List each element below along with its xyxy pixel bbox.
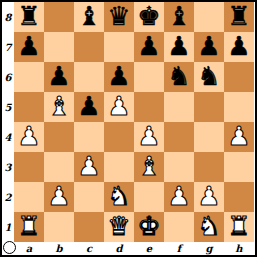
square-e4[interactable]: ♟: [134, 122, 164, 152]
square-a2[interactable]: [14, 182, 44, 212]
square-e5[interactable]: [134, 92, 164, 122]
square-f5[interactable]: [164, 92, 194, 122]
piece-white-pawn[interactable]: ♟: [227, 123, 250, 149]
square-h4[interactable]: ♟: [224, 122, 254, 152]
square-g6[interactable]: ♞: [194, 62, 224, 92]
piece-white-pawn[interactable]: ♟: [47, 183, 70, 209]
piece-black-pawn[interactable]: ♟: [167, 33, 190, 59]
square-b3[interactable]: [44, 152, 74, 182]
square-a1[interactable]: ♜: [14, 212, 44, 242]
square-g2[interactable]: ♟: [194, 182, 224, 212]
piece-black-knight[interactable]: ♞: [167, 63, 190, 89]
square-f4[interactable]: [164, 122, 194, 152]
square-h1[interactable]: ♜: [224, 212, 254, 242]
piece-white-pawn[interactable]: ♟: [17, 123, 40, 149]
square-a3[interactable]: [14, 152, 44, 182]
file-label-d: d: [104, 242, 134, 255]
piece-black-bishop[interactable]: ♝: [167, 3, 190, 29]
square-e3[interactable]: ♝: [134, 152, 164, 182]
square-h5[interactable]: [224, 92, 254, 122]
piece-white-pawn[interactable]: ♟: [77, 153, 100, 179]
piece-white-rook[interactable]: ♜: [17, 213, 40, 239]
rank-label-2: 2: [2, 182, 14, 212]
square-c1[interactable]: [74, 212, 104, 242]
square-h7[interactable]: ♟: [224, 32, 254, 62]
rank-label-7: 7: [2, 32, 14, 62]
square-c7[interactable]: [74, 32, 104, 62]
rank-label-5: 5: [2, 92, 14, 122]
square-a5[interactable]: [14, 92, 44, 122]
piece-black-pawn[interactable]: ♟: [17, 33, 40, 59]
file-label-g: g: [194, 242, 224, 255]
rank-label-4: 4: [2, 122, 14, 152]
file-label-a: a: [14, 242, 44, 255]
square-b4[interactable]: [44, 122, 74, 152]
square-c6[interactable]: [74, 62, 104, 92]
square-d2[interactable]: ♞: [104, 182, 134, 212]
piece-white-pawn[interactable]: ♟: [107, 93, 130, 119]
square-b6[interactable]: ♟: [44, 62, 74, 92]
piece-black-knight[interactable]: ♞: [197, 63, 220, 89]
square-e7[interactable]: ♟: [134, 32, 164, 62]
file-label-f: f: [164, 242, 194, 255]
square-a7[interactable]: ♟: [14, 32, 44, 62]
piece-black-pawn[interactable]: ♟: [197, 33, 220, 59]
piece-white-bishop[interactable]: ♝: [47, 93, 70, 119]
square-g5[interactable]: [194, 92, 224, 122]
square-d1[interactable]: ♛: [104, 212, 134, 242]
chess-diagram: 87654321 ♜♝♛♚♝♜♟♟♟♟♟♟♟♞♞♝♟♟♟♟♟♟♝♟♞♟♟♜♛♚♞…: [0, 0, 257, 257]
diagram-layout: 87654321 ♜♝♛♚♝♜♟♟♟♟♟♟♟♞♞♝♟♟♟♟♟♟♝♟♞♟♟♜♛♚♞…: [2, 2, 255, 255]
file-label-h: h: [224, 242, 254, 255]
square-d4[interactable]: [104, 122, 134, 152]
square-a8[interactable]: ♜: [14, 2, 44, 32]
rank-label-1: 1: [2, 212, 14, 242]
rank-label-6: 6: [2, 62, 14, 92]
square-c5[interactable]: ♟: [74, 92, 104, 122]
piece-black-king[interactable]: ♚: [137, 3, 160, 29]
square-c4[interactable]: [74, 122, 104, 152]
piece-black-pawn[interactable]: ♟: [47, 63, 70, 89]
square-e2[interactable]: [134, 182, 164, 212]
piece-white-knight[interactable]: ♞: [107, 183, 130, 209]
file-label-e: e: [134, 242, 164, 255]
file-labels: abcdefgh: [14, 242, 254, 255]
square-h8[interactable]: ♜: [224, 2, 254, 32]
piece-black-pawn[interactable]: ♟: [77, 93, 100, 119]
piece-black-bishop[interactable]: ♝: [77, 3, 100, 29]
square-g4[interactable]: [194, 122, 224, 152]
piece-white-pawn[interactable]: ♟: [167, 183, 190, 209]
piece-white-queen[interactable]: ♛: [107, 213, 130, 239]
piece-white-pawn[interactable]: ♟: [137, 123, 160, 149]
square-g7[interactable]: ♟: [194, 32, 224, 62]
square-b1[interactable]: [44, 212, 74, 242]
square-f3[interactable]: [164, 152, 194, 182]
square-f7[interactable]: ♟: [164, 32, 194, 62]
square-c2[interactable]: [74, 182, 104, 212]
piece-white-pawn[interactable]: ♟: [197, 183, 220, 209]
file-label-b: b: [44, 242, 74, 255]
square-g1[interactable]: ♞: [194, 212, 224, 242]
piece-black-rook[interactable]: ♜: [17, 3, 40, 29]
square-h2[interactable]: [224, 182, 254, 212]
square-e6[interactable]: [134, 62, 164, 92]
square-c3[interactable]: ♟: [74, 152, 104, 182]
file-label-c: c: [74, 242, 104, 255]
square-b7[interactable]: [44, 32, 74, 62]
piece-black-queen[interactable]: ♛: [107, 3, 130, 29]
square-d3[interactable]: [104, 152, 134, 182]
square-d7[interactable]: [104, 32, 134, 62]
rank-label-3: 3: [2, 152, 14, 182]
square-g8[interactable]: [194, 2, 224, 32]
square-e1[interactable]: ♚: [134, 212, 164, 242]
piece-white-bishop[interactable]: ♝: [137, 153, 160, 179]
rank-label-8: 8: [2, 2, 14, 32]
square-b5[interactable]: ♝: [44, 92, 74, 122]
square-f1[interactable]: [164, 212, 194, 242]
square-d6[interactable]: ♟: [104, 62, 134, 92]
square-d8[interactable]: ♛: [104, 2, 134, 32]
chess-board: ♜♝♛♚♝♜♟♟♟♟♟♟♟♞♞♝♟♟♟♟♟♟♝♟♞♟♟♜♛♚♞♜: [14, 2, 254, 242]
square-h3[interactable]: [224, 152, 254, 182]
piece-black-pawn[interactable]: ♟: [137, 33, 160, 59]
square-a4[interactable]: ♟: [14, 122, 44, 152]
white-to-move-indicator-icon: [3, 241, 16, 254]
piece-white-king[interactable]: ♚: [137, 213, 160, 239]
piece-white-knight[interactable]: ♞: [197, 213, 220, 239]
square-a6[interactable]: [14, 62, 44, 92]
piece-white-rook[interactable]: ♜: [227, 213, 250, 239]
square-e8[interactable]: ♚: [134, 2, 164, 32]
square-b8[interactable]: [44, 2, 74, 32]
square-g3[interactable]: [194, 152, 224, 182]
piece-black-pawn[interactable]: ♟: [107, 63, 130, 89]
square-d5[interactable]: ♟: [104, 92, 134, 122]
square-b2[interactable]: ♟: [44, 182, 74, 212]
piece-black-rook[interactable]: ♜: [227, 3, 250, 29]
piece-black-pawn[interactable]: ♟: [227, 33, 250, 59]
square-f6[interactable]: ♞: [164, 62, 194, 92]
square-f8[interactable]: ♝: [164, 2, 194, 32]
square-h6[interactable]: [224, 62, 254, 92]
square-f2[interactable]: ♟: [164, 182, 194, 212]
rank-labels: 87654321: [2, 2, 14, 242]
square-c8[interactable]: ♝: [74, 2, 104, 32]
